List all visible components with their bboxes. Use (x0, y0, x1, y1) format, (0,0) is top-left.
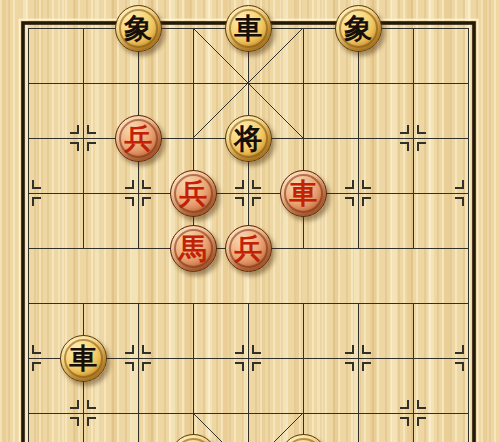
piece-red-soldier[interactable]: 兵 (225, 225, 272, 272)
piece-red-soldier[interactable]: 兵 (170, 170, 217, 217)
piece-glyph: 将 (234, 125, 262, 153)
piece-red-horse[interactable]: 馬 (170, 225, 217, 272)
piece-glyph: 象 (124, 15, 152, 43)
piece-black-general[interactable]: 将 (225, 115, 272, 162)
piece-red-soldier[interactable]: 兵 (115, 115, 162, 162)
piece-glyph: 兵 (124, 125, 152, 153)
xiangqi-board: 象車象兵将兵車馬兵車 (0, 0, 500, 442)
piece-glyph: 馬 (179, 235, 207, 263)
xiangqi-app: { "game": "xiangqi", "position": { "nota… (0, 0, 500, 442)
piece-glyph: 象 (344, 15, 372, 43)
piece-glyph: 車 (289, 180, 317, 208)
piece-glyph: 兵 (179, 180, 207, 208)
pieces-layer: 象車象兵将兵車馬兵車 (1, 1, 496, 442)
piece-black-unknown-cutoff[interactable] (170, 434, 217, 442)
piece-black-unknown-cutoff[interactable] (280, 434, 327, 442)
piece-black-elephant[interactable]: 象 (335, 5, 382, 52)
piece-black-chariot[interactable]: 車 (60, 335, 107, 382)
piece-red-chariot[interactable]: 車 (280, 170, 327, 217)
piece-black-elephant[interactable]: 象 (115, 5, 162, 52)
piece-glyph: 車 (69, 345, 97, 373)
piece-glyph: 兵 (234, 235, 262, 263)
piece-black-chariot[interactable]: 車 (225, 5, 272, 52)
piece-glyph: 車 (234, 15, 262, 43)
